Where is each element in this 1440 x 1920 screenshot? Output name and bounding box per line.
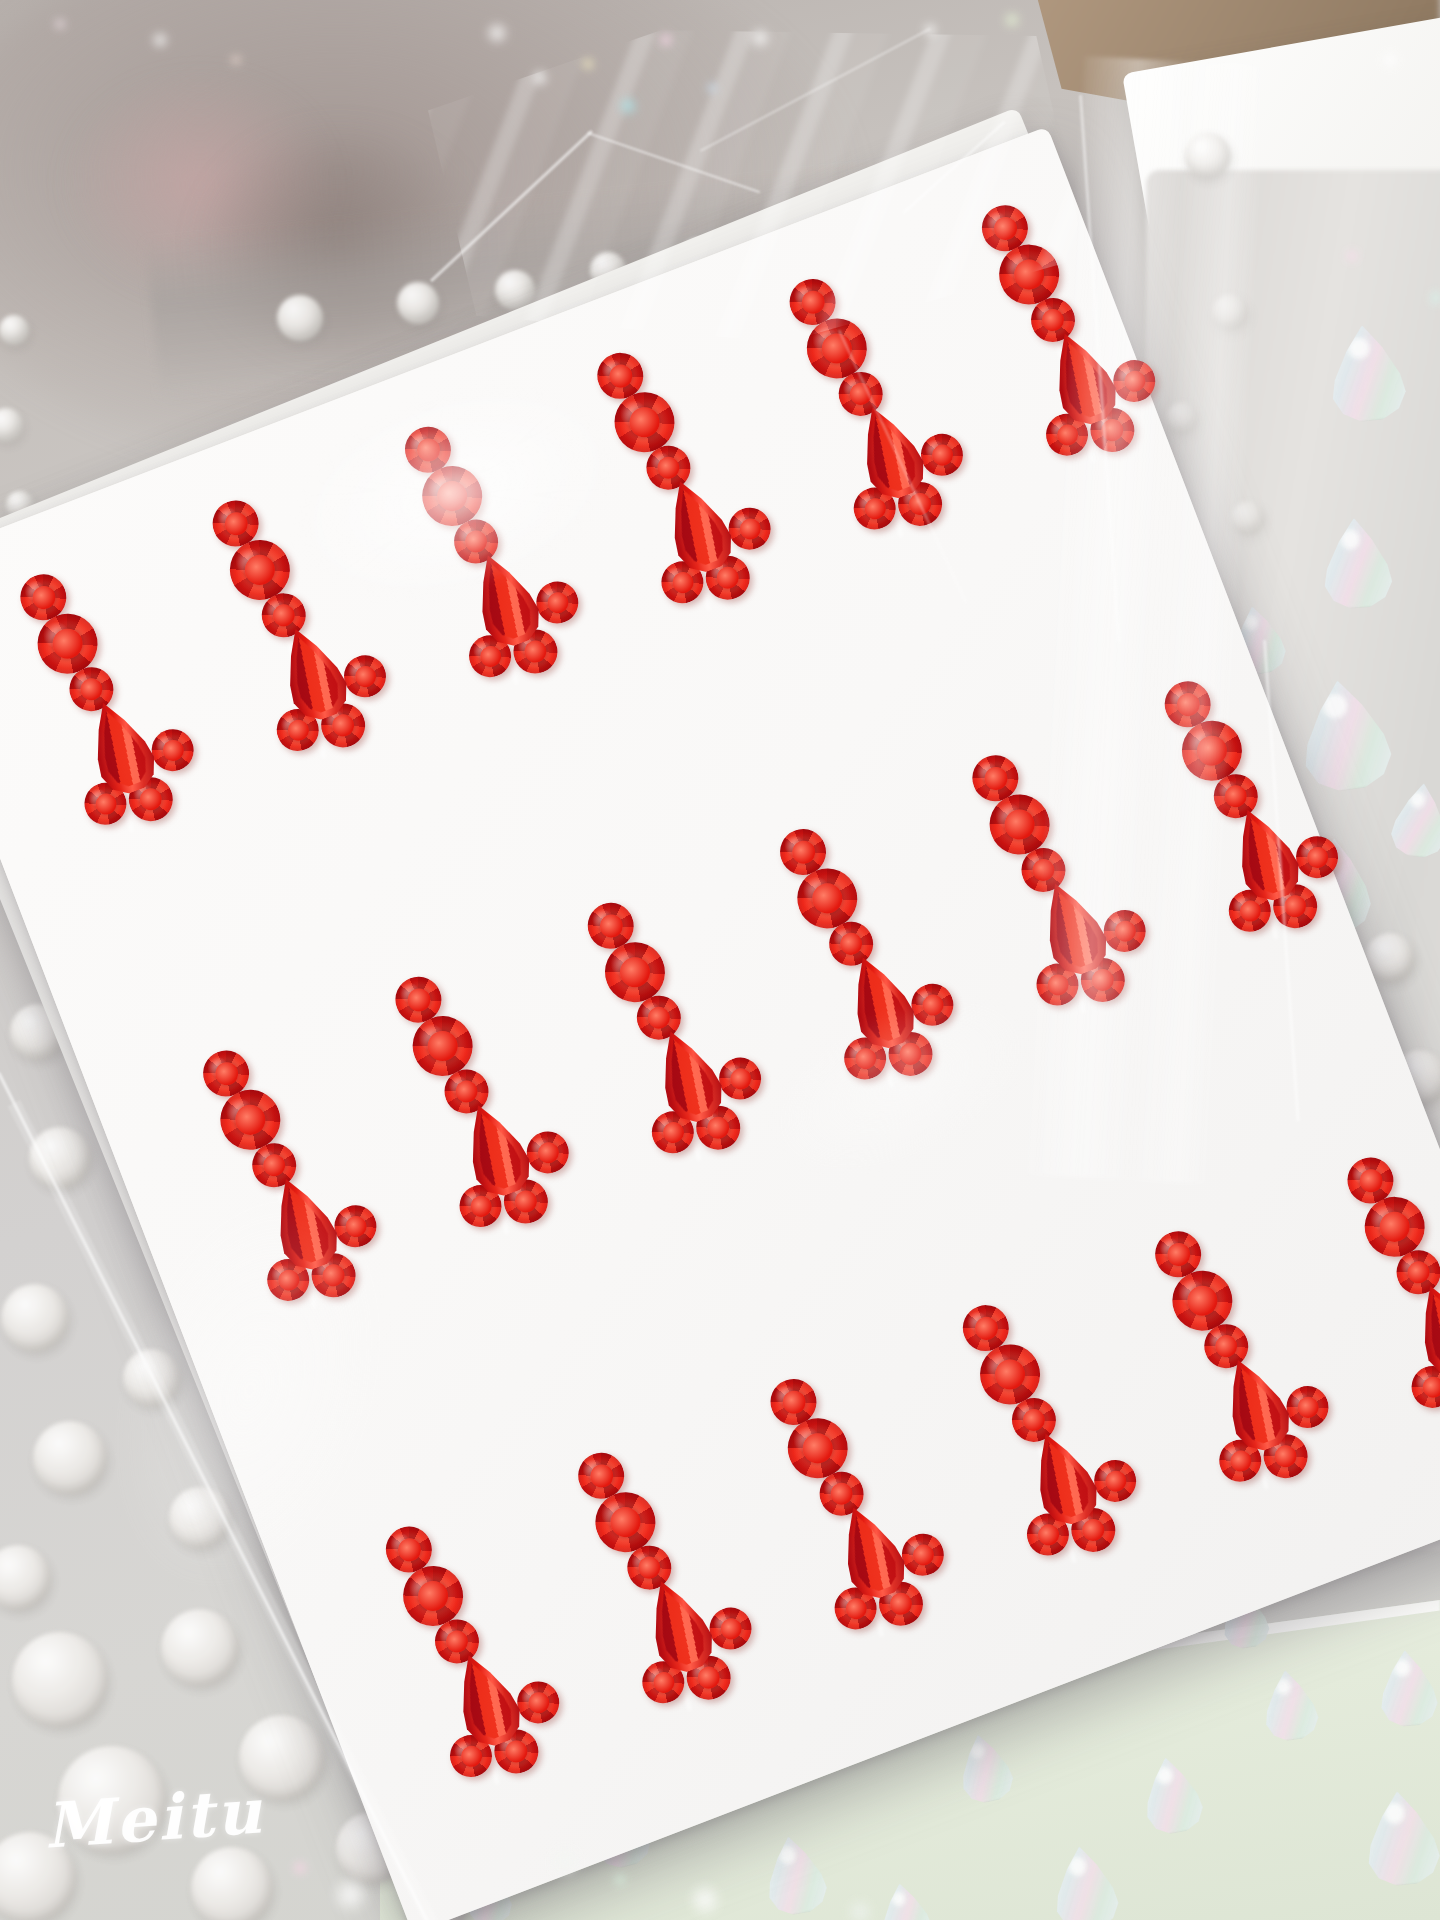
sparkle-glint [1002, 10, 1022, 30]
sparkle-glint [748, 26, 772, 50]
sparkle-glint [530, 68, 550, 88]
sparkle-glint [548, 1845, 582, 1879]
watermark: Meitu [42, 1774, 267, 1862]
sparkle-glint [330, 1875, 370, 1915]
sparkle-glint [229, 53, 243, 67]
sparkle-glint [1427, 289, 1440, 307]
sparkle-glint [612, 1872, 628, 1888]
pearl-sticker [33, 1421, 107, 1495]
pearl-sticker [1, 1284, 69, 1352]
pearl-sticker [397, 282, 439, 324]
sparkle-glint [687, 1882, 723, 1918]
pearl-sticker [161, 1609, 239, 1687]
pearl-sticker [0, 315, 29, 345]
photo-scene: Meitu [0, 0, 1440, 1920]
sparkle-glint [705, 81, 719, 95]
sparkle-glint [291, 1859, 309, 1877]
sparkle-glint [921, 21, 939, 39]
sparkle-glint [1344, 248, 1360, 264]
sparkle-glint [617, 95, 639, 117]
sparkle-glint [1379, 49, 1401, 71]
pearl-sticker [191, 1847, 273, 1920]
sparkle-glint [150, 30, 170, 50]
sparkle-glint [484, 20, 510, 46]
pearl-sticker [0, 408, 23, 442]
sparkle-glint [52, 16, 68, 32]
sparkle-glint [845, 1897, 875, 1920]
pearl-sticker [12, 1632, 108, 1728]
sparkle-glint [657, 31, 675, 49]
sparkle-glint [580, 56, 596, 72]
pearl-sticker [0, 1545, 51, 1611]
gem-circle-fan [1405, 1360, 1440, 1414]
pearl-sticker [277, 295, 323, 341]
